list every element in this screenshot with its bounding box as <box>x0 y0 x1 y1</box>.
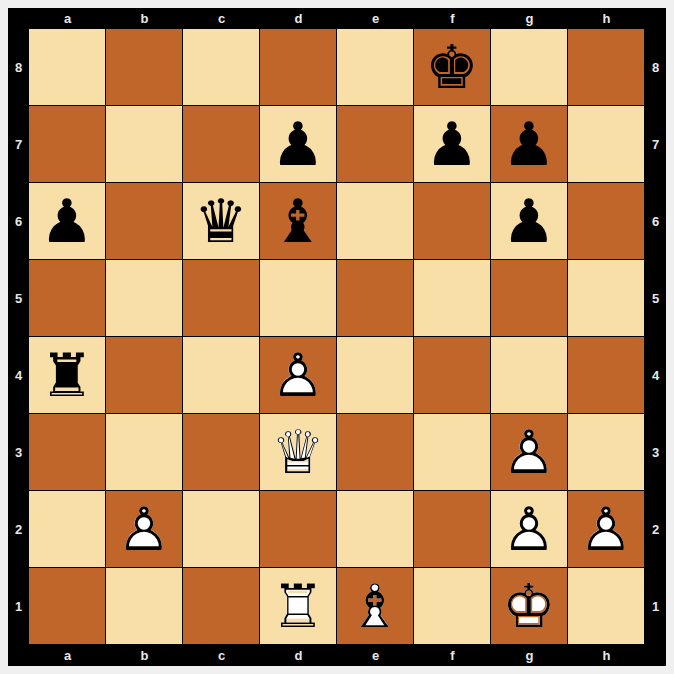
square-a7[interactable] <box>29 106 106 183</box>
white-bishop-piece-fill: ♝ <box>337 568 413 644</box>
white-king-piece: ♔ <box>491 568 567 644</box>
square-c2[interactable] <box>183 491 260 568</box>
square-d5[interactable] <box>260 260 337 337</box>
file-label-h: h <box>568 8 645 29</box>
file-label-c: c <box>183 8 260 29</box>
white-rook-piece-fill: ♜ <box>260 568 336 644</box>
black-bishop-piece: ♝ <box>260 183 336 259</box>
square-e2[interactable] <box>337 491 414 568</box>
file-label-g: g <box>491 8 568 29</box>
square-e4[interactable] <box>337 337 414 414</box>
rank-label-3: 3 <box>8 414 29 491</box>
square-h1[interactable] <box>568 568 645 645</box>
square-a4[interactable]: ♜ <box>29 337 106 414</box>
square-d1[interactable]: ♜♖ <box>260 568 337 645</box>
square-b1[interactable] <box>106 568 183 645</box>
black-pawn-piece: ♟ <box>414 106 490 182</box>
white-pawn-piece-fill: ♟ <box>491 414 567 490</box>
square-h3[interactable] <box>568 414 645 491</box>
rank-label-2: 2 <box>645 491 666 568</box>
square-g6[interactable]: ♟ <box>491 183 568 260</box>
square-a6[interactable]: ♟ <box>29 183 106 260</box>
square-b8[interactable] <box>106 29 183 106</box>
square-d3[interactable]: ♛♕ <box>260 414 337 491</box>
square-e8[interactable] <box>337 29 414 106</box>
square-g2[interactable]: ♟♙ <box>491 491 568 568</box>
rank-label-6: 6 <box>8 183 29 260</box>
square-b3[interactable] <box>106 414 183 491</box>
white-king-piece-fill: ♚ <box>491 568 567 644</box>
file-label-b: b <box>106 645 183 666</box>
white-bishop-piece: ♗ <box>337 568 413 644</box>
frame-corner <box>8 645 29 666</box>
square-c7[interactable] <box>183 106 260 183</box>
square-c5[interactable] <box>183 260 260 337</box>
square-c4[interactable] <box>183 337 260 414</box>
square-d7[interactable]: ♟ <box>260 106 337 183</box>
black-pawn-piece: ♟ <box>491 106 567 182</box>
white-pawn-piece-fill: ♟ <box>491 491 567 567</box>
white-pawn-piece: ♙ <box>491 491 567 567</box>
square-d6[interactable]: ♝ <box>260 183 337 260</box>
square-e6[interactable] <box>337 183 414 260</box>
chessboard-container: abcdefgh8♚87♟♟♟76♟♛♝♟6554♜♟♙43♛♕♟♙32♟♙♟♙… <box>0 0 674 674</box>
file-label-a: a <box>29 645 106 666</box>
square-f7[interactable]: ♟ <box>414 106 491 183</box>
frame-corner <box>8 8 29 29</box>
rank-label-1: 1 <box>645 568 666 645</box>
white-queen-piece-fill: ♛ <box>260 414 336 490</box>
square-b2[interactable]: ♟♙ <box>106 491 183 568</box>
black-pawn-piece: ♟ <box>29 183 105 259</box>
square-h2[interactable]: ♟♙ <box>568 491 645 568</box>
rank-label-5: 5 <box>8 260 29 337</box>
square-b4[interactable] <box>106 337 183 414</box>
rank-label-4: 4 <box>645 337 666 414</box>
file-label-f: f <box>414 8 491 29</box>
file-label-b: b <box>106 8 183 29</box>
rank-label-1: 1 <box>8 568 29 645</box>
square-f5[interactable] <box>414 260 491 337</box>
square-g7[interactable]: ♟ <box>491 106 568 183</box>
rank-label-7: 7 <box>645 106 666 183</box>
file-label-g: g <box>491 645 568 666</box>
white-pawn-piece: ♙ <box>491 414 567 490</box>
rank-label-6: 6 <box>645 183 666 260</box>
square-g5[interactable] <box>491 260 568 337</box>
file-label-a: a <box>29 8 106 29</box>
square-a5[interactable] <box>29 260 106 337</box>
black-king-piece: ♚ <box>414 29 490 105</box>
square-h4[interactable] <box>568 337 645 414</box>
white-pawn-piece-fill: ♟ <box>106 491 182 567</box>
white-pawn-piece-fill: ♟ <box>260 337 336 413</box>
square-h7[interactable] <box>568 106 645 183</box>
file-label-h: h <box>568 645 645 666</box>
square-e7[interactable] <box>337 106 414 183</box>
square-f8[interactable]: ♚ <box>414 29 491 106</box>
rank-label-2: 2 <box>8 491 29 568</box>
square-c3[interactable] <box>183 414 260 491</box>
square-h5[interactable] <box>568 260 645 337</box>
square-b6[interactable] <box>106 183 183 260</box>
square-b5[interactable] <box>106 260 183 337</box>
black-queen-piece: ♛ <box>183 183 259 259</box>
white-rook-piece: ♖ <box>260 568 336 644</box>
black-pawn-piece: ♟ <box>260 106 336 182</box>
file-label-e: e <box>337 8 414 29</box>
square-a8[interactable] <box>29 29 106 106</box>
square-e3[interactable] <box>337 414 414 491</box>
square-e1[interactable]: ♝♗ <box>337 568 414 645</box>
rank-label-5: 5 <box>645 260 666 337</box>
square-g4[interactable] <box>491 337 568 414</box>
white-pawn-piece: ♙ <box>106 491 182 567</box>
square-d4[interactable]: ♟♙ <box>260 337 337 414</box>
white-pawn-piece: ♙ <box>568 491 644 567</box>
black-pawn-piece: ♟ <box>491 183 567 259</box>
file-label-c: c <box>183 645 260 666</box>
square-b7[interactable] <box>106 106 183 183</box>
square-h6[interactable] <box>568 183 645 260</box>
square-f3[interactable] <box>414 414 491 491</box>
file-label-f: f <box>414 645 491 666</box>
rank-label-8: 8 <box>645 29 666 106</box>
white-queen-piece: ♕ <box>260 414 336 490</box>
file-label-e: e <box>337 645 414 666</box>
rank-label-7: 7 <box>8 106 29 183</box>
square-a2[interactable] <box>29 491 106 568</box>
frame-corner <box>645 645 666 666</box>
rank-label-3: 3 <box>645 414 666 491</box>
square-g1[interactable]: ♚♔ <box>491 568 568 645</box>
square-c8[interactable] <box>183 29 260 106</box>
white-pawn-piece-fill: ♟ <box>568 491 644 567</box>
square-f4[interactable] <box>414 337 491 414</box>
square-a3[interactable] <box>29 414 106 491</box>
square-f1[interactable] <box>414 568 491 645</box>
square-c1[interactable] <box>183 568 260 645</box>
square-c6[interactable]: ♛ <box>183 183 260 260</box>
file-label-d: d <box>260 8 337 29</box>
file-label-d: d <box>260 645 337 666</box>
square-g3[interactable]: ♟♙ <box>491 414 568 491</box>
square-d8[interactable] <box>260 29 337 106</box>
black-rook-piece: ♜ <box>29 337 105 413</box>
white-pawn-piece: ♙ <box>260 337 336 413</box>
square-d2[interactable] <box>260 491 337 568</box>
square-e5[interactable] <box>337 260 414 337</box>
frame-corner <box>645 8 666 29</box>
square-f2[interactable] <box>414 491 491 568</box>
rank-label-8: 8 <box>8 29 29 106</box>
square-f6[interactable] <box>414 183 491 260</box>
rank-label-4: 4 <box>8 337 29 414</box>
square-g8[interactable] <box>491 29 568 106</box>
square-h8[interactable] <box>568 29 645 106</box>
chessboard-frame: abcdefgh8♚87♟♟♟76♟♛♝♟6554♜♟♙43♛♕♟♙32♟♙♟♙… <box>8 8 666 666</box>
square-a1[interactable] <box>29 568 106 645</box>
